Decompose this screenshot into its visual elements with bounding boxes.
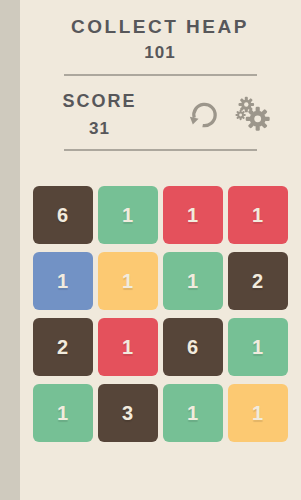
gears-icon (233, 96, 271, 134)
tile-r2c4[interactable]: 2 (228, 252, 288, 310)
divider-bottom (64, 149, 257, 151)
icon-group (188, 96, 271, 134)
tile-r3c3[interactable]: 6 (163, 318, 223, 376)
settings-button[interactable] (233, 96, 271, 134)
tile-r1c1[interactable]: 6 (33, 186, 93, 244)
restart-button[interactable] (188, 98, 221, 132)
game-title: COLLECT HEAP (20, 16, 301, 38)
tile-r2c2[interactable]: 1 (98, 252, 158, 310)
tile-r3c2[interactable]: 1 (98, 318, 158, 376)
tile-r4c3[interactable]: 1 (163, 384, 223, 442)
tile-r2c1[interactable]: 1 (33, 252, 93, 310)
undo-circular-arrow-icon (188, 98, 221, 132)
score-value: 31 (63, 119, 137, 139)
tile-r3c4[interactable]: 1 (228, 318, 288, 376)
tile-r1c3[interactable]: 1 (163, 186, 223, 244)
tile-r3c1[interactable]: 2 (33, 318, 93, 376)
header: COLLECT HEAP 101 (20, 0, 301, 63)
tile-r1c4[interactable]: 1 (228, 186, 288, 244)
tile-r4c1[interactable]: 1 (33, 384, 93, 442)
app-window: COLLECT HEAP 101 SCORE 31 (20, 0, 301, 500)
target-heap-number: 101 (20, 43, 301, 63)
tile-r4c2[interactable]: 3 (98, 384, 158, 442)
score-block: SCORE 31 (63, 91, 137, 139)
score-label: SCORE (63, 91, 137, 112)
tile-r4c4[interactable]: 1 (228, 384, 288, 442)
tile-r2c3[interactable]: 1 (163, 252, 223, 310)
tile-r1c2[interactable]: 1 (98, 186, 158, 244)
game-board: 6111111221611311 (33, 186, 288, 442)
score-row: SCORE 31 (20, 76, 301, 138)
